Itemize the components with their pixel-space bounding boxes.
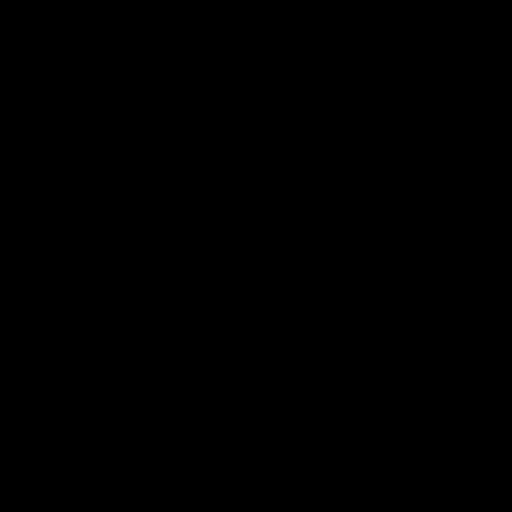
chess-board	[0, 0, 512, 512]
